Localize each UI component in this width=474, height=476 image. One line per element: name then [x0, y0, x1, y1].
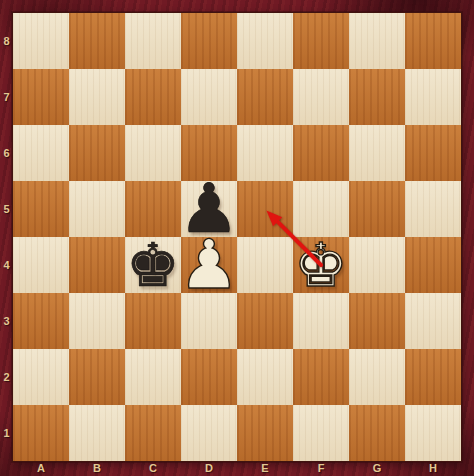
square-h5[interactable]: [405, 181, 461, 237]
square-e4[interactable]: [237, 237, 293, 293]
square-e1[interactable]: [237, 405, 293, 461]
square-e8[interactable]: [237, 13, 293, 69]
file-label-f: F: [293, 461, 349, 476]
square-a4[interactable]: [13, 237, 69, 293]
square-c5[interactable]: [125, 181, 181, 237]
square-b8[interactable]: [69, 13, 125, 69]
square-f1[interactable]: [293, 405, 349, 461]
square-b2[interactable]: [69, 349, 125, 405]
rank-label-6: 6: [0, 125, 13, 181]
rank-label-4: 4: [0, 237, 13, 293]
chess-diagram: ♟♚♟♚ 87654321ABCDEFGH: [0, 0, 474, 476]
square-e2[interactable]: [237, 349, 293, 405]
square-b6[interactable]: [69, 125, 125, 181]
black-pawn: ♟: [181, 181, 237, 237]
square-f4[interactable]: ♚: [293, 237, 349, 293]
square-g6[interactable]: [349, 125, 405, 181]
square-h8[interactable]: [405, 13, 461, 69]
square-d7[interactable]: [181, 69, 237, 125]
rank-label-1: 1: [0, 405, 13, 461]
square-c4[interactable]: ♚: [125, 237, 181, 293]
square-h4[interactable]: [405, 237, 461, 293]
square-g3[interactable]: [349, 293, 405, 349]
square-f7[interactable]: [293, 69, 349, 125]
square-a7[interactable]: [13, 69, 69, 125]
square-d1[interactable]: [181, 405, 237, 461]
square-g1[interactable]: [349, 405, 405, 461]
square-a3[interactable]: [13, 293, 69, 349]
square-h6[interactable]: [405, 125, 461, 181]
square-e6[interactable]: [237, 125, 293, 181]
square-g7[interactable]: [349, 69, 405, 125]
rank-label-3: 3: [0, 293, 13, 349]
square-d6[interactable]: [181, 125, 237, 181]
square-e7[interactable]: [237, 69, 293, 125]
file-label-e: E: [237, 461, 293, 476]
white-pawn: ♟: [181, 237, 237, 293]
square-h3[interactable]: [405, 293, 461, 349]
square-c7[interactable]: [125, 69, 181, 125]
square-e3[interactable]: [237, 293, 293, 349]
square-d2[interactable]: [181, 349, 237, 405]
square-h7[interactable]: [405, 69, 461, 125]
square-d8[interactable]: [181, 13, 237, 69]
square-b7[interactable]: [69, 69, 125, 125]
square-b4[interactable]: [69, 237, 125, 293]
square-c3[interactable]: [125, 293, 181, 349]
rank-label-8: 8: [0, 13, 13, 69]
square-c1[interactable]: [125, 405, 181, 461]
square-a5[interactable]: [13, 181, 69, 237]
file-label-h: H: [405, 461, 461, 476]
square-c8[interactable]: [125, 13, 181, 69]
square-f5[interactable]: [293, 181, 349, 237]
square-b5[interactable]: [69, 181, 125, 237]
rank-label-7: 7: [0, 69, 13, 125]
square-a1[interactable]: [13, 405, 69, 461]
square-d5[interactable]: ♟: [181, 181, 237, 237]
square-f8[interactable]: [293, 13, 349, 69]
white-king: ♚: [293, 237, 349, 293]
square-d4[interactable]: ♟: [181, 237, 237, 293]
file-label-c: C: [125, 461, 181, 476]
square-a6[interactable]: [13, 125, 69, 181]
square-a2[interactable]: [13, 349, 69, 405]
square-d3[interactable]: [181, 293, 237, 349]
square-f2[interactable]: [293, 349, 349, 405]
file-label-d: D: [181, 461, 237, 476]
square-f3[interactable]: [293, 293, 349, 349]
rank-label-5: 5: [0, 181, 13, 237]
square-c2[interactable]: [125, 349, 181, 405]
square-g2[interactable]: [349, 349, 405, 405]
rank-label-2: 2: [0, 349, 13, 405]
square-h2[interactable]: [405, 349, 461, 405]
file-label-b: B: [69, 461, 125, 476]
black-king: ♚: [125, 237, 181, 293]
square-g8[interactable]: [349, 13, 405, 69]
square-g4[interactable]: [349, 237, 405, 293]
square-e5[interactable]: [237, 181, 293, 237]
file-label-g: G: [349, 461, 405, 476]
square-b1[interactable]: [69, 405, 125, 461]
square-h1[interactable]: [405, 405, 461, 461]
chess-board: ♟♚♟♚: [13, 13, 461, 461]
square-c6[interactable]: [125, 125, 181, 181]
square-a8[interactable]: [13, 13, 69, 69]
square-g5[interactable]: [349, 181, 405, 237]
file-label-a: A: [13, 461, 69, 476]
square-f6[interactable]: [293, 125, 349, 181]
square-b3[interactable]: [69, 293, 125, 349]
